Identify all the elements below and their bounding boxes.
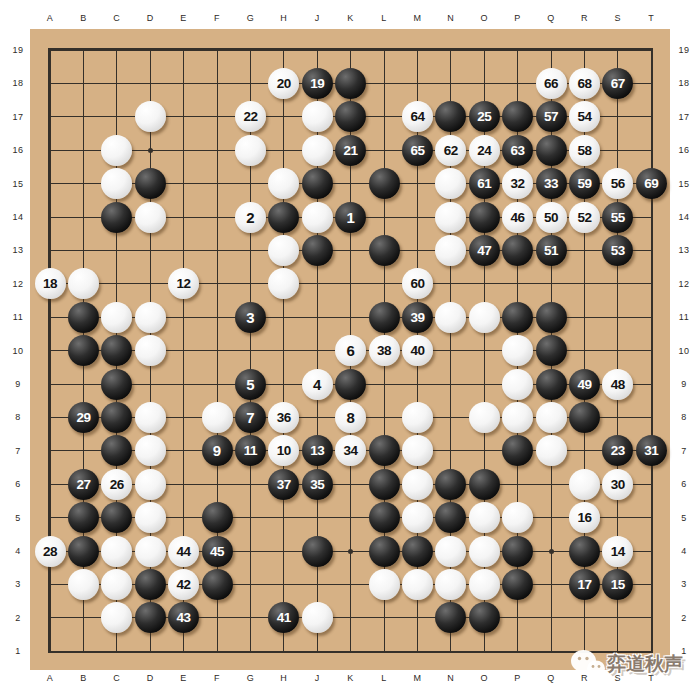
row-label-right: 13 — [672, 244, 696, 256]
white-stone-N4 — [435, 536, 466, 567]
black-stone-D2 — [135, 602, 166, 633]
move-number-11: 11 — [244, 443, 257, 458]
column-label-bottom: B — [71, 672, 95, 684]
white-stone-C4 — [101, 536, 132, 567]
row-label-right: 8 — [672, 411, 696, 423]
move-number-63: 63 — [511, 142, 525, 157]
white-stone-B3 — [68, 569, 99, 600]
move-number-3: 3 — [246, 308, 254, 325]
black-stone-Q16 — [536, 135, 567, 166]
move-number-33: 33 — [544, 176, 558, 191]
move-number-29: 29 — [76, 409, 90, 424]
white-stone-R17: 54 — [569, 101, 600, 132]
column-label-bottom: K — [339, 672, 363, 684]
column-label-top: T — [639, 12, 663, 24]
column-label-top: G — [238, 12, 262, 24]
move-number-20: 20 — [277, 75, 291, 90]
white-stone-M17: 64 — [402, 101, 433, 132]
white-stone-N14 — [435, 202, 466, 233]
black-stone-J18: 19 — [302, 68, 333, 99]
move-number-52: 52 — [577, 209, 591, 224]
black-stone-R9: 49 — [569, 369, 600, 400]
row-label-left: 19 — [6, 44, 30, 56]
column-label-top: N — [439, 12, 463, 24]
move-number-34: 34 — [344, 443, 358, 458]
white-stone-Q18: 66 — [536, 68, 567, 99]
row-label-right: 2 — [672, 612, 696, 624]
go-game-diagram: AABBCCDDEEFFGGHHJJKKLLMMNNOOPPQQRRSSTT19… — [0, 0, 700, 700]
row-label-left: 4 — [6, 545, 30, 557]
white-stone-N11 — [435, 302, 466, 333]
black-stone-C9 — [101, 369, 132, 400]
row-label-left: 18 — [6, 77, 30, 89]
black-stone-M16: 65 — [402, 135, 433, 166]
black-stone-S3: 15 — [602, 569, 633, 600]
black-stone-G9: 5 — [235, 369, 266, 400]
white-stone-P14: 46 — [502, 202, 533, 233]
black-stone-F3 — [202, 569, 233, 600]
column-label-bottom: N — [439, 672, 463, 684]
column-label-top: L — [372, 12, 396, 24]
black-stone-R3: 17 — [569, 569, 600, 600]
white-stone-P5 — [502, 502, 533, 533]
black-stone-S18: 67 — [602, 68, 633, 99]
white-stone-D5 — [135, 502, 166, 533]
move-number-58: 58 — [577, 142, 591, 157]
row-label-right: 5 — [672, 512, 696, 524]
black-stone-Q13: 51 — [536, 235, 567, 266]
column-label-top: C — [105, 12, 129, 24]
white-stone-H18: 20 — [268, 68, 299, 99]
white-stone-G17: 22 — [235, 101, 266, 132]
white-stone-C11 — [101, 302, 132, 333]
move-number-61: 61 — [477, 176, 491, 191]
column-label-top: A — [38, 12, 62, 24]
white-stone-S6: 30 — [602, 469, 633, 500]
black-stone-C14 — [101, 202, 132, 233]
white-stone-M5 — [402, 502, 433, 533]
column-label-bottom: C — [105, 672, 129, 684]
white-stone-K8: 8 — [335, 402, 366, 433]
move-number-67: 67 — [611, 75, 625, 90]
black-stone-J4 — [302, 536, 333, 567]
black-stone-N6 — [435, 469, 466, 500]
black-stone-C8 — [101, 402, 132, 433]
row-label-right: 11 — [672, 311, 696, 323]
white-stone-O8 — [469, 402, 500, 433]
column-label-top: F — [205, 12, 229, 24]
move-number-30: 30 — [611, 476, 625, 491]
row-label-right: 18 — [672, 77, 696, 89]
row-label-left: 13 — [6, 244, 30, 256]
black-stone-O2 — [469, 602, 500, 633]
move-number-43: 43 — [177, 610, 191, 625]
move-number-27: 27 — [76, 476, 90, 491]
black-stone-O15: 61 — [469, 168, 500, 199]
black-stone-M11: 39 — [402, 302, 433, 333]
row-label-right: 4 — [672, 545, 696, 557]
move-number-47: 47 — [477, 242, 491, 257]
column-label-bottom: S — [606, 672, 630, 684]
black-stone-O6 — [469, 469, 500, 500]
move-number-13: 13 — [310, 443, 324, 458]
white-stone-A4: 28 — [35, 536, 66, 567]
move-number-16: 16 — [577, 510, 591, 525]
move-number-62: 62 — [444, 142, 458, 157]
white-stone-B12 — [68, 268, 99, 299]
column-label-bottom: M — [405, 672, 429, 684]
black-stone-K9 — [335, 369, 366, 400]
column-label-bottom: Q — [539, 672, 563, 684]
move-number-48: 48 — [611, 376, 625, 391]
white-stone-R5: 16 — [569, 502, 600, 533]
black-stone-J7: 13 — [302, 435, 333, 466]
black-stone-L13 — [369, 235, 400, 266]
move-number-56: 56 — [611, 176, 625, 191]
row-label-right: 15 — [672, 178, 696, 190]
move-number-23: 23 — [611, 443, 625, 458]
white-stone-K10: 6 — [335, 335, 366, 366]
move-number-14: 14 — [611, 543, 625, 558]
black-stone-L4 — [369, 536, 400, 567]
white-stone-E3: 42 — [168, 569, 199, 600]
black-stone-Q15: 33 — [536, 168, 567, 199]
black-stone-K18 — [335, 68, 366, 99]
column-label-bottom: D — [138, 672, 162, 684]
white-stone-G14: 2 — [235, 202, 266, 233]
white-stone-J17 — [302, 101, 333, 132]
black-stone-B5 — [68, 502, 99, 533]
white-stone-F8 — [202, 402, 233, 433]
white-stone-C3 — [101, 569, 132, 600]
move-number-22: 22 — [243, 109, 257, 124]
row-label-right: 1 — [672, 645, 696, 657]
move-number-7: 7 — [246, 408, 254, 425]
white-stone-M12: 60 — [402, 268, 433, 299]
row-label-right: 17 — [672, 111, 696, 123]
white-stone-C16 — [101, 135, 132, 166]
black-stone-Q10 — [536, 335, 567, 366]
black-stone-D15 — [135, 168, 166, 199]
row-label-right: 19 — [672, 44, 696, 56]
black-stone-L7 — [369, 435, 400, 466]
black-stone-J13 — [302, 235, 333, 266]
white-stone-P9 — [502, 369, 533, 400]
move-number-59: 59 — [577, 176, 591, 191]
black-stone-G8: 7 — [235, 402, 266, 433]
move-number-39: 39 — [410, 309, 424, 324]
black-stone-O17: 25 — [469, 101, 500, 132]
black-stone-B8: 29 — [68, 402, 99, 433]
row-label-right: 12 — [672, 278, 696, 290]
white-stone-M6 — [402, 469, 433, 500]
black-stone-H14 — [268, 202, 299, 233]
white-stone-M10: 40 — [402, 335, 433, 366]
column-label-bottom: T — [639, 672, 663, 684]
move-number-18: 18 — [43, 276, 57, 291]
black-stone-P16: 63 — [502, 135, 533, 166]
move-number-31: 31 — [644, 443, 658, 458]
column-label-top: J — [305, 12, 329, 24]
move-number-19: 19 — [310, 75, 324, 90]
black-stone-F5 — [202, 502, 233, 533]
column-label-bottom: O — [472, 672, 496, 684]
white-stone-O4 — [469, 536, 500, 567]
white-stone-Q14: 50 — [536, 202, 567, 233]
move-number-15: 15 — [611, 576, 625, 591]
move-number-53: 53 — [611, 242, 625, 257]
column-label-top: D — [138, 12, 162, 24]
column-label-bottom: A — [38, 672, 62, 684]
black-stone-K16: 21 — [335, 135, 366, 166]
black-stone-B10 — [68, 335, 99, 366]
white-stone-D10 — [135, 335, 166, 366]
black-stone-P11 — [502, 302, 533, 333]
white-stone-P8 — [502, 402, 533, 433]
white-stone-S9: 48 — [602, 369, 633, 400]
black-stone-D3 — [135, 569, 166, 600]
column-label-bottom: P — [506, 672, 530, 684]
column-label-bottom: J — [305, 672, 329, 684]
move-number-64: 64 — [410, 109, 424, 124]
white-stone-J9: 4 — [302, 369, 333, 400]
white-stone-L3 — [369, 569, 400, 600]
row-label-right: 16 — [672, 144, 696, 156]
row-label-left: 8 — [6, 411, 30, 423]
move-number-65: 65 — [410, 142, 424, 157]
black-stone-G11: 3 — [235, 302, 266, 333]
row-label-left: 3 — [6, 578, 30, 590]
move-number-28: 28 — [43, 543, 57, 558]
column-label-bottom: R — [572, 672, 596, 684]
move-number-32: 32 — [511, 176, 525, 191]
move-number-46: 46 — [511, 209, 525, 224]
white-stone-D8 — [135, 402, 166, 433]
black-stone-B11 — [68, 302, 99, 333]
row-label-left: 9 — [6, 378, 30, 390]
move-number-8: 8 — [346, 408, 354, 425]
white-stone-O5 — [469, 502, 500, 533]
row-label-left: 10 — [6, 345, 30, 357]
white-stone-P10 — [502, 335, 533, 366]
white-stone-S4: 14 — [602, 536, 633, 567]
white-stone-R6 — [569, 469, 600, 500]
column-label-top: E — [172, 12, 196, 24]
move-number-38: 38 — [377, 343, 391, 358]
black-stone-Q9 — [536, 369, 567, 400]
row-label-left: 16 — [6, 144, 30, 156]
move-number-68: 68 — [577, 75, 591, 90]
black-stone-L5 — [369, 502, 400, 533]
white-stone-D11 — [135, 302, 166, 333]
move-number-42: 42 — [177, 576, 191, 591]
row-label-left: 11 — [6, 311, 30, 323]
white-stone-J14 — [302, 202, 333, 233]
move-number-1: 1 — [346, 208, 354, 225]
white-stone-D14 — [135, 202, 166, 233]
white-stone-G16 — [235, 135, 266, 166]
black-stone-G7: 11 — [235, 435, 266, 466]
black-stone-H6: 37 — [268, 469, 299, 500]
row-label-left: 1 — [6, 645, 30, 657]
row-label-left: 6 — [6, 478, 30, 490]
white-stone-A12: 18 — [35, 268, 66, 299]
row-label-right: 7 — [672, 445, 696, 457]
move-number-40: 40 — [410, 343, 424, 358]
star-point — [348, 549, 353, 554]
column-label-bottom: F — [205, 672, 229, 684]
row-label-left: 14 — [6, 211, 30, 223]
move-number-24: 24 — [477, 142, 491, 157]
move-number-41: 41 — [277, 610, 291, 625]
move-number-9: 9 — [213, 442, 221, 459]
row-label-right: 14 — [672, 211, 696, 223]
white-stone-N3 — [435, 569, 466, 600]
move-number-45: 45 — [210, 543, 224, 558]
black-stone-L6 — [369, 469, 400, 500]
move-number-25: 25 — [477, 109, 491, 124]
column-label-bottom: E — [172, 672, 196, 684]
white-stone-J16 — [302, 135, 333, 166]
move-number-6: 6 — [346, 342, 354, 359]
white-stone-P15: 32 — [502, 168, 533, 199]
black-stone-S14: 55 — [602, 202, 633, 233]
move-number-5: 5 — [246, 375, 254, 392]
black-stone-S13: 53 — [602, 235, 633, 266]
black-stone-F4: 45 — [202, 536, 233, 567]
white-stone-R16: 58 — [569, 135, 600, 166]
black-stone-J6: 35 — [302, 469, 333, 500]
move-number-36: 36 — [277, 409, 291, 424]
row-label-left: 5 — [6, 512, 30, 524]
move-number-44: 44 — [177, 543, 191, 558]
row-label-left: 7 — [6, 445, 30, 457]
row-label-right: 6 — [672, 478, 696, 490]
row-label-left: 17 — [6, 111, 30, 123]
white-stone-E4: 44 — [168, 536, 199, 567]
black-stone-O14 — [469, 202, 500, 233]
column-label-top: Q — [539, 12, 563, 24]
black-stone-L11 — [369, 302, 400, 333]
white-stone-R18: 68 — [569, 68, 600, 99]
move-number-35: 35 — [310, 476, 324, 491]
white-stone-O11 — [469, 302, 500, 333]
black-stone-O13: 47 — [469, 235, 500, 266]
move-number-55: 55 — [611, 209, 625, 224]
column-label-top: H — [272, 12, 296, 24]
move-number-2: 2 — [246, 208, 254, 225]
move-number-49: 49 — [577, 376, 591, 391]
move-number-26: 26 — [110, 476, 124, 491]
move-number-50: 50 — [544, 209, 558, 224]
column-label-bottom: L — [372, 672, 396, 684]
white-stone-J2 — [302, 602, 333, 633]
move-number-12: 12 — [177, 276, 191, 291]
black-stone-P13 — [502, 235, 533, 266]
black-stone-B6: 27 — [68, 469, 99, 500]
white-stone-Q8 — [536, 402, 567, 433]
row-label-right: 9 — [672, 378, 696, 390]
white-stone-Q7 — [536, 435, 567, 466]
black-stone-P4 — [502, 536, 533, 567]
move-number-4: 4 — [313, 375, 321, 392]
row-label-right: 3 — [672, 578, 696, 590]
white-stone-M7 — [402, 435, 433, 466]
white-stone-D4 — [135, 536, 166, 567]
white-stone-M8 — [402, 402, 433, 433]
row-label-left: 15 — [6, 178, 30, 190]
row-label-left: 2 — [6, 612, 30, 624]
black-stone-R15: 59 — [569, 168, 600, 199]
column-label-top: B — [71, 12, 95, 24]
white-stone-O16: 24 — [469, 135, 500, 166]
black-stone-R4 — [569, 536, 600, 567]
star-point — [148, 148, 153, 153]
column-label-top: O — [472, 12, 496, 24]
white-stone-M3 — [402, 569, 433, 600]
black-stone-F7: 9 — [202, 435, 233, 466]
white-stone-D6 — [135, 469, 166, 500]
row-label-left: 12 — [6, 278, 30, 290]
column-label-top: M — [405, 12, 429, 24]
white-stone-C6: 26 — [101, 469, 132, 500]
black-stone-M4 — [402, 536, 433, 567]
column-label-top: S — [606, 12, 630, 24]
white-stone-N16: 62 — [435, 135, 466, 166]
column-label-top: P — [506, 12, 530, 24]
move-number-37: 37 — [277, 476, 291, 491]
white-stone-L10: 38 — [369, 335, 400, 366]
star-point — [549, 549, 554, 554]
move-number-69: 69 — [644, 176, 658, 191]
move-number-51: 51 — [544, 242, 558, 257]
black-stone-Q11 — [536, 302, 567, 333]
black-stone-K14: 1 — [335, 202, 366, 233]
move-number-17: 17 — [577, 576, 591, 591]
white-stone-R14: 52 — [569, 202, 600, 233]
black-stone-T15: 69 — [636, 168, 667, 199]
move-number-57: 57 — [544, 109, 558, 124]
move-number-66: 66 — [544, 75, 558, 90]
move-number-10: 10 — [277, 443, 291, 458]
column-label-top: K — [339, 12, 363, 24]
white-stone-H13 — [268, 235, 299, 266]
black-stone-P3 — [502, 569, 533, 600]
black-stone-J15 — [302, 168, 333, 199]
column-label-bottom: G — [238, 672, 262, 684]
white-stone-D17 — [135, 101, 166, 132]
row-label-right: 10 — [672, 345, 696, 357]
move-number-54: 54 — [577, 109, 591, 124]
move-number-21: 21 — [344, 142, 358, 157]
black-stone-B4 — [68, 536, 99, 567]
black-stone-Q17: 57 — [536, 101, 567, 132]
white-stone-H8: 36 — [268, 402, 299, 433]
white-stone-N13 — [435, 235, 466, 266]
column-label-bottom: H — [272, 672, 296, 684]
move-number-60: 60 — [410, 276, 424, 291]
black-stone-L15 — [369, 168, 400, 199]
black-stone-T7: 31 — [636, 435, 667, 466]
white-stone-D7 — [135, 435, 166, 466]
white-stone-O3 — [469, 569, 500, 600]
black-stone-R8 — [569, 402, 600, 433]
column-label-top: R — [572, 12, 596, 24]
